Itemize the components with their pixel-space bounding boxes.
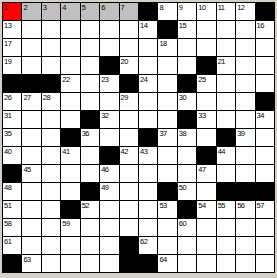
cell-r3c3[interactable] bbox=[42, 39, 60, 56]
black-cell-r12c10 bbox=[178, 201, 196, 218]
clue-number: 1 bbox=[4, 3, 8, 12]
black-cell-r9c11 bbox=[197, 147, 215, 164]
crossword-app-screen: 1234567891011121314151617181920212223242… bbox=[0, 0, 277, 278]
cell-r2c8[interactable]: 14 bbox=[139, 21, 157, 38]
cell-r6c4[interactable] bbox=[61, 93, 79, 110]
cell-r4c4[interactable] bbox=[61, 57, 79, 74]
clue-number: 64 bbox=[159, 255, 166, 264]
cell-r8c11[interactable] bbox=[197, 129, 215, 146]
cell-r8c10[interactable]: 38 bbox=[178, 129, 196, 146]
cell-r3c1[interactable]: 17 bbox=[3, 39, 21, 56]
cell-r11c1[interactable]: 48 bbox=[3, 183, 21, 200]
cell-r6c8[interactable] bbox=[139, 93, 157, 110]
clue-number: 22 bbox=[62, 75, 69, 84]
cell-r5c13[interactable] bbox=[236, 75, 254, 92]
clue-number: 14 bbox=[140, 21, 147, 30]
cell-r15c5[interactable] bbox=[81, 255, 99, 272]
clue-number: 63 bbox=[23, 255, 30, 264]
cell-r9c3[interactable] bbox=[42, 147, 60, 164]
black-cell-r4c11 bbox=[197, 57, 215, 74]
black-cell-r8c8 bbox=[139, 129, 157, 146]
cell-r11c6[interactable]: 49 bbox=[100, 183, 118, 200]
cell-r10c13[interactable] bbox=[236, 165, 254, 182]
clue-number: 12 bbox=[237, 3, 244, 12]
black-cell-r1c8 bbox=[139, 3, 157, 20]
clue-number: 20 bbox=[121, 57, 128, 66]
cell-r13c5[interactable] bbox=[81, 219, 99, 236]
clue-number: 2 bbox=[23, 3, 27, 12]
cell-r15c3[interactable] bbox=[42, 255, 60, 272]
cell-r1c3[interactable]: 3 bbox=[42, 3, 60, 20]
cell-r11c10[interactable]: 50 bbox=[178, 183, 196, 200]
cell-r7c13[interactable] bbox=[236, 111, 254, 128]
cell-r12c8[interactable] bbox=[139, 201, 157, 218]
cell-r3c6[interactable] bbox=[100, 39, 118, 56]
cell-r7c3[interactable] bbox=[42, 111, 60, 128]
cell-r4c3[interactable] bbox=[42, 57, 60, 74]
cell-r5c11[interactable]: 25 bbox=[197, 75, 215, 92]
cell-r1c11[interactable]: 10 bbox=[197, 3, 215, 20]
cell-r6c12[interactable] bbox=[217, 93, 235, 110]
clue-number: 18 bbox=[159, 39, 166, 48]
cell-r14c14[interactable] bbox=[256, 237, 274, 254]
cell-r7c8[interactable] bbox=[139, 111, 157, 128]
cell-r6c1[interactable]: 26 bbox=[3, 93, 21, 110]
clue-number: 6 bbox=[101, 3, 105, 12]
cell-r14c9[interactable] bbox=[158, 237, 176, 254]
cell-r1c9[interactable]: 8 bbox=[158, 3, 176, 20]
cell-r2c11[interactable] bbox=[197, 21, 215, 38]
black-cell-r11c12 bbox=[217, 183, 235, 200]
clue-number: 24 bbox=[140, 75, 147, 84]
cell-r14c3[interactable] bbox=[42, 237, 60, 254]
cell-r1c7[interactable]: 7 bbox=[120, 3, 138, 20]
cell-r14c12[interactable] bbox=[217, 237, 235, 254]
clue-number: 52 bbox=[82, 201, 89, 210]
cell-r4c9[interactable] bbox=[158, 57, 176, 74]
cell-r7c9[interactable] bbox=[158, 111, 176, 128]
cell-r5c9[interactable] bbox=[158, 75, 176, 92]
cell-r7c11[interactable]: 33 bbox=[197, 111, 215, 128]
black-cell-r8c12 bbox=[217, 129, 235, 146]
cell-r11c2[interactable] bbox=[22, 183, 40, 200]
black-cell-r11c5 bbox=[81, 183, 99, 200]
cell-r10c14[interactable] bbox=[256, 165, 274, 182]
cell-r12c3[interactable] bbox=[42, 201, 60, 218]
clue-number: 3 bbox=[43, 3, 47, 12]
cell-r8c5[interactable]: 36 bbox=[81, 129, 99, 146]
cell-r5c4[interactable]: 22 bbox=[61, 75, 79, 92]
cell-r7c4[interactable] bbox=[61, 111, 79, 128]
cell-r3c8[interactable] bbox=[139, 39, 157, 56]
cell-r8c1[interactable]: 35 bbox=[3, 129, 21, 146]
cell-r7c12[interactable] bbox=[217, 111, 235, 128]
clue-number: 44 bbox=[218, 147, 225, 156]
cell-r4c10[interactable] bbox=[178, 57, 196, 74]
cell-r6c13[interactable] bbox=[236, 93, 254, 110]
cell-r7c1[interactable]: 31 bbox=[3, 111, 21, 128]
black-cell-r5c3 bbox=[42, 75, 60, 92]
cell-r1c5[interactable]: 5 bbox=[81, 3, 99, 20]
clue-number: 8 bbox=[159, 3, 163, 12]
cell-r3c13[interactable] bbox=[236, 39, 254, 56]
cell-r15c13[interactable] bbox=[236, 255, 254, 272]
cell-r10c6[interactable]: 46 bbox=[100, 165, 118, 182]
cell-r1c10[interactable]: 9 bbox=[178, 3, 196, 20]
black-cell-r11c14 bbox=[256, 183, 274, 200]
cell-r13c7[interactable] bbox=[120, 219, 138, 236]
cell-r2c5[interactable] bbox=[81, 21, 99, 38]
cell-r8c7[interactable] bbox=[120, 129, 138, 146]
black-cell-r2c9 bbox=[158, 21, 176, 38]
cell-r11c7[interactable] bbox=[120, 183, 138, 200]
cell-r1c2[interactable]: 2 bbox=[22, 3, 40, 20]
cell-r10c11[interactable]: 47 bbox=[197, 165, 215, 182]
clue-number: 4 bbox=[62, 3, 66, 12]
clue-number: 30 bbox=[179, 93, 186, 102]
cell-r4c14[interactable] bbox=[256, 57, 274, 74]
cell-r2c7[interactable] bbox=[120, 21, 138, 38]
cell-r15c6[interactable] bbox=[100, 255, 118, 272]
cell-r2c6[interactable] bbox=[100, 21, 118, 38]
cell-r15c14[interactable] bbox=[256, 255, 274, 272]
black-cell-r5c10 bbox=[178, 75, 196, 92]
black-cell-r7c5 bbox=[81, 111, 99, 128]
clue-number: 33 bbox=[198, 111, 205, 120]
cell-r12c9[interactable]: 53 bbox=[158, 201, 176, 218]
cell-r4c7[interactable]: 20 bbox=[120, 57, 138, 74]
clue-number: 62 bbox=[140, 237, 147, 246]
cell-r6c6[interactable] bbox=[100, 93, 118, 110]
clue-number: 36 bbox=[82, 129, 89, 138]
cell-r14c10[interactable] bbox=[178, 237, 196, 254]
cell-r6c2[interactable]: 27 bbox=[22, 93, 40, 110]
clue-number: 49 bbox=[101, 183, 108, 192]
cell-r13c3[interactable] bbox=[42, 219, 60, 236]
cell-r2c13[interactable] bbox=[236, 21, 254, 38]
cell-r5c5[interactable] bbox=[81, 75, 99, 92]
cell-r9c7[interactable]: 42 bbox=[120, 147, 138, 164]
clue-number: 11 bbox=[218, 3, 225, 12]
black-cell-r12c4 bbox=[61, 201, 79, 218]
clue-number: 29 bbox=[121, 93, 128, 102]
cell-r3c5[interactable] bbox=[81, 39, 99, 56]
cell-r10c5[interactable] bbox=[81, 165, 99, 182]
cell-r13c4[interactable]: 59 bbox=[61, 219, 79, 236]
cell-r14c4[interactable] bbox=[61, 237, 79, 254]
cell-r12c13[interactable]: 56 bbox=[236, 201, 254, 218]
cell-r15c4[interactable] bbox=[61, 255, 79, 272]
cell-r9c9[interactable] bbox=[158, 147, 176, 164]
black-cell-r14c7 bbox=[120, 237, 138, 254]
cell-r12c1[interactable]: 51 bbox=[3, 201, 21, 218]
black-cell-r9c6 bbox=[100, 147, 118, 164]
cell-r14c2[interactable] bbox=[22, 237, 40, 254]
cell-r5c8[interactable]: 24 bbox=[139, 75, 157, 92]
cell-r9c8[interactable]: 43 bbox=[139, 147, 157, 164]
clue-number: 28 bbox=[43, 93, 50, 102]
cell-r2c12[interactable] bbox=[217, 21, 235, 38]
cell-r10c9[interactable] bbox=[158, 165, 176, 182]
cell-r6c10[interactable]: 30 bbox=[178, 93, 196, 110]
cell-r11c8[interactable] bbox=[139, 183, 157, 200]
cell-r6c5[interactable] bbox=[81, 93, 99, 110]
cell-r6c9[interactable] bbox=[158, 93, 176, 110]
cell-r2c1[interactable]: 13 bbox=[3, 21, 21, 38]
cell-r9c5[interactable] bbox=[81, 147, 99, 164]
cell-r3c10[interactable] bbox=[178, 39, 196, 56]
clue-number: 40 bbox=[4, 147, 11, 156]
cell-r8c2[interactable] bbox=[22, 129, 40, 146]
clue-number: 19 bbox=[4, 57, 11, 66]
cell-r10c4[interactable] bbox=[61, 165, 79, 182]
cell-r7c2[interactable] bbox=[22, 111, 40, 128]
cell-r4c1[interactable]: 19 bbox=[3, 57, 21, 74]
clue-number: 9 bbox=[179, 3, 183, 12]
cell-r15c12[interactable] bbox=[217, 255, 235, 272]
cell-r5c12[interactable] bbox=[217, 75, 235, 92]
clue-number: 41 bbox=[62, 147, 69, 156]
cell-r13c11[interactable] bbox=[197, 219, 215, 236]
cell-r13c6[interactable] bbox=[100, 219, 118, 236]
cell-r5c6[interactable]: 23 bbox=[100, 75, 118, 92]
cell-r13c8[interactable] bbox=[139, 219, 157, 236]
black-cell-r1c14 bbox=[256, 3, 274, 20]
cell-r7c14[interactable]: 34 bbox=[256, 111, 274, 128]
clue-number: 38 bbox=[179, 129, 186, 138]
cell-r6c3[interactable]: 28 bbox=[42, 93, 60, 110]
black-cell-r6c14 bbox=[256, 93, 274, 110]
cell-r3c7[interactable] bbox=[120, 39, 138, 56]
cell-r9c1[interactable]: 40 bbox=[3, 147, 21, 164]
clue-number: 15 bbox=[179, 21, 186, 30]
cell-r3c11[interactable] bbox=[197, 39, 215, 56]
clue-number: 46 bbox=[101, 165, 108, 174]
black-cell-r7c10 bbox=[178, 111, 196, 128]
cell-r14c6[interactable] bbox=[100, 237, 118, 254]
cell-r4c5[interactable] bbox=[81, 57, 99, 74]
clue-number: 35 bbox=[4, 129, 11, 138]
clue-number: 47 bbox=[198, 165, 205, 174]
cell-r4c12[interactable]: 21 bbox=[217, 57, 235, 74]
cell-r14c11[interactable] bbox=[197, 237, 215, 254]
clue-number: 58 bbox=[4, 219, 11, 228]
clue-number: 60 bbox=[179, 219, 186, 228]
cell-r3c4[interactable] bbox=[61, 39, 79, 56]
black-cell-r10c1 bbox=[3, 165, 21, 182]
cell-r12c2[interactable] bbox=[22, 201, 40, 218]
cell-r10c7[interactable] bbox=[120, 165, 138, 182]
cell-r10c10[interactable] bbox=[178, 165, 196, 182]
cell-r2c14[interactable]: 16 bbox=[256, 21, 274, 38]
cell-r12c14[interactable]: 57 bbox=[256, 201, 274, 218]
clue-number: 54 bbox=[198, 201, 205, 210]
cell-r12c7[interactable] bbox=[120, 201, 138, 218]
clue-number: 50 bbox=[179, 183, 186, 192]
clue-number: 34 bbox=[257, 111, 264, 120]
clue-number: 21 bbox=[218, 57, 225, 66]
cell-r2c10[interactable]: 15 bbox=[178, 21, 196, 38]
cell-r15c9[interactable]: 64 bbox=[158, 255, 176, 272]
cell-r3c14[interactable] bbox=[256, 39, 274, 56]
clue-number: 39 bbox=[237, 129, 244, 138]
clue-number: 10 bbox=[198, 3, 205, 12]
clue-number: 43 bbox=[140, 147, 147, 156]
black-cell-r5c7 bbox=[120, 75, 138, 92]
cell-r15c11[interactable] bbox=[197, 255, 215, 272]
cell-r8c3[interactable] bbox=[42, 129, 60, 146]
cell-r14c1[interactable]: 61 bbox=[3, 237, 21, 254]
cell-r9c12[interactable]: 44 bbox=[217, 147, 235, 164]
clue-number: 37 bbox=[159, 129, 166, 138]
clue-number: 56 bbox=[237, 201, 244, 210]
cell-r13c14[interactable] bbox=[256, 219, 274, 236]
cell-r12c5[interactable]: 52 bbox=[81, 201, 99, 218]
cell-r11c11[interactable] bbox=[197, 183, 215, 200]
cell-r4c13[interactable] bbox=[236, 57, 254, 74]
clue-number: 27 bbox=[23, 93, 30, 102]
black-cell-r5c2 bbox=[22, 75, 40, 92]
clue-number: 26 bbox=[4, 93, 11, 102]
clue-number: 57 bbox=[257, 201, 264, 210]
cell-r5c14[interactable] bbox=[256, 75, 274, 92]
cell-r3c12[interactable] bbox=[217, 39, 235, 56]
cell-r7c6[interactable]: 32 bbox=[100, 111, 118, 128]
clue-number: 7 bbox=[121, 3, 125, 12]
clue-number: 32 bbox=[101, 111, 108, 120]
cell-r13c13[interactable] bbox=[236, 219, 254, 236]
cell-r1c1[interactable]: 1 bbox=[3, 3, 21, 20]
cell-r6c11[interactable] bbox=[197, 93, 215, 110]
clue-number: 13 bbox=[4, 21, 11, 30]
cell-r9c4[interactable]: 41 bbox=[61, 147, 79, 164]
cell-r8c6[interactable] bbox=[100, 129, 118, 146]
black-cell-r4c6 bbox=[100, 57, 118, 74]
cell-r15c10[interactable] bbox=[178, 255, 196, 272]
cell-r13c9[interactable] bbox=[158, 219, 176, 236]
cell-r14c13[interactable] bbox=[236, 237, 254, 254]
clue-number: 25 bbox=[198, 75, 205, 84]
black-cell-r8c4 bbox=[61, 129, 79, 146]
black-cell-r11c13 bbox=[236, 183, 254, 200]
cell-r2c3[interactable] bbox=[42, 21, 60, 38]
cell-r11c3[interactable] bbox=[42, 183, 60, 200]
clue-number: 61 bbox=[4, 237, 11, 246]
clue-number: 45 bbox=[23, 165, 30, 174]
cell-r4c2[interactable] bbox=[22, 57, 40, 74]
crossword-board: 1234567891011121314151617181920212223242… bbox=[2, 2, 275, 273]
cell-r3c9[interactable]: 18 bbox=[158, 39, 176, 56]
cell-r9c2[interactable] bbox=[22, 147, 40, 164]
cell-r12c12[interactable]: 55 bbox=[217, 201, 235, 218]
black-cell-r15c7 bbox=[120, 255, 138, 272]
black-cell-r5c1 bbox=[3, 75, 21, 92]
cell-r9c13[interactable] bbox=[236, 147, 254, 164]
cell-r9c14[interactable] bbox=[256, 147, 274, 164]
cell-r8c14[interactable] bbox=[256, 129, 274, 146]
clue-number: 31 bbox=[4, 111, 11, 120]
cell-r10c8[interactable] bbox=[139, 165, 157, 182]
cell-r13c12[interactable] bbox=[217, 219, 235, 236]
clue-number: 16 bbox=[257, 21, 264, 30]
cell-r9c10[interactable] bbox=[178, 147, 196, 164]
cell-r4c8[interactable] bbox=[139, 57, 157, 74]
cell-r7c7[interactable] bbox=[120, 111, 138, 128]
cell-r1c4[interactable]: 4 bbox=[61, 3, 79, 20]
clue-number: 5 bbox=[82, 3, 86, 12]
clue-number: 23 bbox=[101, 75, 108, 84]
clue-number: 17 bbox=[4, 39, 11, 48]
cell-r8c9[interactable]: 37 bbox=[158, 129, 176, 146]
black-cell-r15c1 bbox=[3, 255, 21, 272]
cell-r3c2[interactable] bbox=[22, 39, 40, 56]
clue-number: 51 bbox=[4, 201, 11, 210]
black-cell-r15c8 bbox=[139, 255, 157, 272]
cell-r1c12[interactable]: 11 bbox=[217, 3, 235, 20]
cell-r15c2[interactable]: 63 bbox=[22, 255, 40, 272]
cell-r13c2[interactable] bbox=[22, 219, 40, 236]
cell-r6c7[interactable]: 29 bbox=[120, 93, 138, 110]
clue-number: 48 bbox=[4, 183, 11, 192]
cell-r14c8[interactable]: 62 bbox=[139, 237, 157, 254]
cell-r10c12[interactable] bbox=[217, 165, 235, 182]
clue-number: 55 bbox=[218, 201, 225, 210]
cell-r11c4[interactable] bbox=[61, 183, 79, 200]
cell-r2c4[interactable] bbox=[61, 21, 79, 38]
cell-r12c11[interactable]: 54 bbox=[197, 201, 215, 218]
cell-r10c2[interactable]: 45 bbox=[22, 165, 40, 182]
clue-number: 53 bbox=[159, 201, 166, 210]
cell-r8c13[interactable]: 39 bbox=[236, 129, 254, 146]
cell-r2c2[interactable] bbox=[22, 21, 40, 38]
clue-number: 59 bbox=[62, 219, 69, 228]
cell-r1c13[interactable]: 12 bbox=[236, 3, 254, 20]
cell-r14c5[interactable] bbox=[81, 237, 99, 254]
black-cell-r11c9 bbox=[158, 183, 176, 200]
cell-r10c3[interactable] bbox=[42, 165, 60, 182]
cell-r1c6[interactable]: 6 bbox=[100, 3, 118, 20]
cell-r13c1[interactable]: 58 bbox=[3, 219, 21, 236]
cell-r13c10[interactable]: 60 bbox=[178, 219, 196, 236]
cell-r12c6[interactable] bbox=[100, 201, 118, 218]
clue-number: 42 bbox=[121, 147, 128, 156]
